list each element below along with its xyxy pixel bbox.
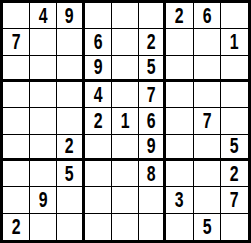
digit: 6 [147,110,156,132]
cell-r4c3[interactable] [57,82,84,108]
digit: 5 [230,135,239,157]
digit: 2 [230,163,239,185]
cell-r6c3[interactable]: 2 [57,135,84,161]
digit: 6 [93,31,102,53]
cell-r9c8[interactable]: 5 [194,214,221,240]
cell-r2c3[interactable] [57,29,84,55]
cell-r9c7[interactable] [166,214,193,240]
cell-r8c7[interactable]: 3 [166,187,193,213]
cell-r3c1[interactable] [3,56,30,82]
cell-r9c4[interactable] [85,214,112,240]
cell-r3c6[interactable]: 5 [139,56,166,82]
cell-r3c3[interactable] [57,56,84,82]
digit: 3 [175,189,184,211]
cell-r1c5[interactable] [112,3,139,29]
cell-r6c1[interactable] [3,135,30,161]
cell-r5c1[interactable] [3,108,30,134]
cell-r1c2[interactable]: 4 [30,3,57,29]
cell-r7c8[interactable] [194,161,221,187]
cell-r4c5[interactable] [112,82,139,108]
cell-r1c3[interactable]: 9 [57,3,84,29]
cell-r7c2[interactable] [30,161,57,187]
cell-r4c6[interactable]: 7 [139,82,166,108]
cell-r2c8[interactable] [194,29,221,55]
cell-r4c1[interactable] [3,82,30,108]
cell-r9c2[interactable] [30,214,57,240]
cell-r8c6[interactable] [139,187,166,213]
digit: 9 [93,56,102,78]
cell-r1c4[interactable] [85,3,112,29]
digit: 7 [202,110,211,132]
digit: 5 [202,216,211,238]
digit: 5 [147,56,156,78]
cell-r8c5[interactable] [112,187,139,213]
digit: 2 [12,216,21,238]
cell-r9c1[interactable]: 2 [3,214,30,240]
cell-r6c8[interactable] [194,135,221,161]
digit: 1 [121,110,130,132]
cell-r1c7[interactable]: 2 [166,3,193,29]
cell-r4c7[interactable] [166,82,193,108]
cell-r3c2[interactable] [30,56,57,82]
cell-r2c1[interactable]: 7 [3,29,30,55]
cell-r5c8[interactable]: 7 [194,108,221,134]
cell-r7c9[interactable]: 2 [221,161,248,187]
digit: 5 [65,163,74,185]
cell-r7c4[interactable] [85,161,112,187]
digit: 2 [147,31,156,53]
cell-r7c1[interactable] [3,161,30,187]
digit: 6 [202,5,211,27]
cell-r4c9[interactable] [221,82,248,108]
digit: 4 [93,84,102,106]
cell-r3c9[interactable] [221,56,248,82]
cell-r7c7[interactable] [166,161,193,187]
cell-r8c1[interactable] [3,187,30,213]
cell-r9c3[interactable] [57,214,84,240]
cell-r1c6[interactable] [139,3,166,29]
cell-r7c5[interactable] [112,161,139,187]
cell-r5c4[interactable]: 2 [85,108,112,134]
cell-r6c7[interactable] [166,135,193,161]
cell-r4c2[interactable] [30,82,57,108]
cell-r2c5[interactable] [112,29,139,55]
digit: 1 [230,31,239,53]
cell-r5c5[interactable]: 1 [112,108,139,134]
cell-r5c7[interactable] [166,108,193,134]
cell-r3c8[interactable] [194,56,221,82]
cell-r4c8[interactable] [194,82,221,108]
cell-r9c5[interactable] [112,214,139,240]
cell-r5c9[interactable] [221,108,248,134]
cell-r5c6[interactable]: 6 [139,108,166,134]
cell-r6c5[interactable] [112,135,139,161]
sudoku-board: 492676219547216729558293725 [0,0,251,243]
cell-r8c4[interactable] [85,187,112,213]
cell-r2c6[interactable]: 2 [139,29,166,55]
cell-r3c5[interactable] [112,56,139,82]
cell-r1c9[interactable] [221,3,248,29]
cell-r6c2[interactable] [30,135,57,161]
digit: 2 [93,110,102,132]
digit: 2 [175,5,184,27]
cell-r8c8[interactable] [194,187,221,213]
cell-r3c7[interactable] [166,56,193,82]
digit: 7 [230,189,239,211]
cell-r1c1[interactable] [3,3,30,29]
digit: 9 [65,5,74,27]
digit: 9 [147,135,156,157]
cell-r4c4[interactable]: 4 [85,82,112,108]
digit: 7 [12,31,21,53]
cell-r2c9[interactable]: 1 [221,29,248,55]
digit: 8 [147,163,156,185]
cell-r2c4[interactable]: 6 [85,29,112,55]
cell-r6c9[interactable]: 5 [221,135,248,161]
cell-r2c7[interactable] [166,29,193,55]
cell-r8c2[interactable]: 9 [30,187,57,213]
digit: 4 [39,5,48,27]
cell-r9c9[interactable] [221,214,248,240]
digit: 9 [39,189,48,211]
digit: 2 [65,135,74,157]
cell-r2c2[interactable] [30,29,57,55]
digit: 7 [147,84,156,106]
cell-r8c3[interactable] [57,187,84,213]
cell-r6c4[interactable] [85,135,112,161]
cell-r9c6[interactable] [139,214,166,240]
cell-r8c9[interactable]: 7 [221,187,248,213]
cell-r6c6[interactable]: 9 [139,135,166,161]
cell-r5c3[interactable] [57,108,84,134]
cell-r1c8[interactable]: 6 [194,3,221,29]
cell-r7c6[interactable]: 8 [139,161,166,187]
cell-r3c4[interactable]: 9 [85,56,112,82]
cell-r7c3[interactable]: 5 [57,161,84,187]
cell-r5c2[interactable] [30,108,57,134]
